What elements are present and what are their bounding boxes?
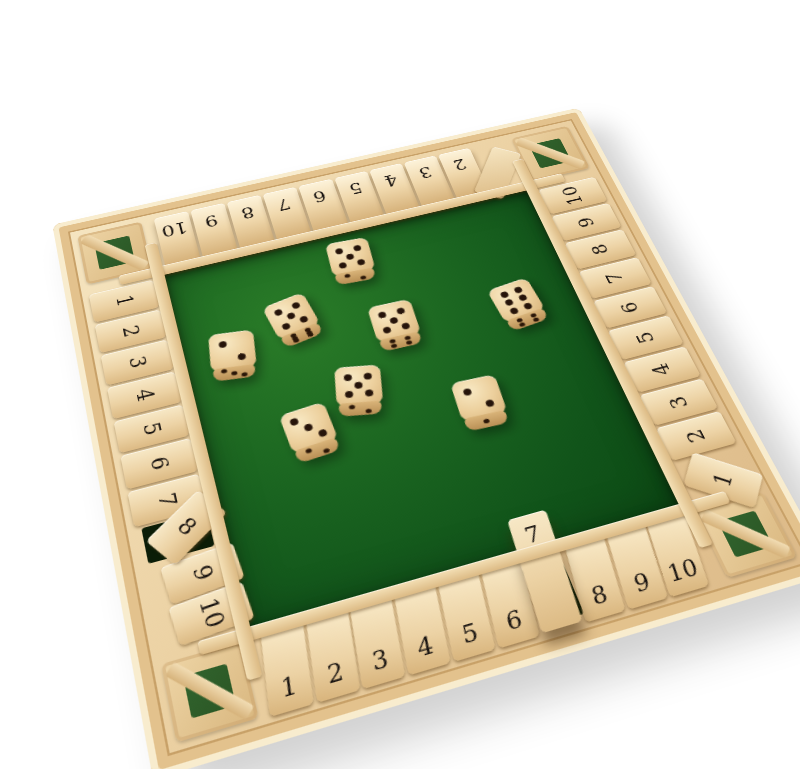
die-pip [241, 372, 247, 377]
die-pip [360, 275, 366, 280]
die-pip [338, 262, 347, 269]
tile-number: 7 [154, 491, 180, 510]
tile-number: 10 [160, 219, 189, 239]
tile-number: 5 [460, 620, 480, 648]
die-pip [273, 308, 283, 316]
die-pip [509, 307, 519, 315]
die-pip [237, 353, 246, 360]
die-pip [406, 340, 413, 345]
die-pip [231, 370, 237, 375]
tile-number: 6 [503, 607, 524, 635]
die-pip [533, 317, 540, 322]
die-pip [523, 302, 533, 310]
die-pip [504, 299, 514, 307]
die-5-showing-6[interactable] [487, 278, 552, 334]
die-pip [317, 428, 327, 437]
die-pip [281, 322, 291, 330]
die-4-showing-5[interactable] [367, 299, 425, 354]
tile-number: 10 [195, 595, 228, 632]
die-pip [514, 286, 524, 294]
tile-number: 2 [451, 156, 469, 172]
die-pip [364, 373, 373, 380]
tile-number: 4 [382, 172, 399, 189]
tile-number: 5 [139, 420, 164, 438]
tile-number: 2 [119, 323, 143, 339]
die-pip [299, 315, 309, 323]
die-pip [401, 322, 410, 330]
tile-number: 7 [603, 270, 627, 285]
tile-number: 3 [125, 354, 149, 370]
die-8-showing-2[interactable] [450, 374, 512, 434]
die-pip [323, 447, 331, 453]
tile-number: 9 [575, 215, 598, 229]
tile-number: 3 [371, 646, 391, 675]
die-pip [221, 369, 227, 374]
tile-number: 1 [710, 470, 736, 490]
die-7-showing-3[interactable] [279, 402, 344, 466]
tile-number: 4 [415, 633, 435, 662]
die-pip [500, 291, 510, 299]
tile-number: 8 [589, 582, 610, 609]
tile-number: 8 [588, 242, 612, 256]
tile-number: 10 [559, 184, 587, 206]
die-pip [218, 341, 226, 348]
die-pip [463, 388, 473, 396]
die-front-face [339, 401, 383, 417]
die-pip [365, 389, 374, 396]
die-pip [346, 254, 355, 261]
die-pip [483, 418, 490, 424]
tile-number: 6 [146, 455, 171, 473]
shut-the-box-board: 1098765432 10987654321 12345678910 12345… [52, 108, 800, 769]
die-pip [377, 311, 386, 319]
die-pip [304, 423, 314, 432]
die-pip [335, 248, 344, 255]
die-pip [353, 245, 362, 252]
die-pip [293, 338, 300, 344]
die-1-showing-5[interactable] [325, 237, 378, 287]
tile-number: 9 [188, 562, 216, 584]
die-pip [389, 317, 398, 325]
die-pip [354, 382, 363, 389]
tile-number: 1 [112, 293, 135, 308]
tile-number: 10 [665, 555, 701, 586]
die-pip [291, 301, 301, 309]
tile-number: 6 [618, 299, 643, 314]
tile-number: 4 [132, 386, 156, 403]
tile-number: 8 [239, 204, 256, 221]
die-pip [357, 259, 366, 266]
tile-number: 3 [666, 393, 692, 410]
tile-number: 2 [683, 427, 710, 445]
tile-number: 6 [311, 187, 328, 204]
die-pip [485, 400, 495, 408]
die-pip [290, 418, 300, 427]
die-pip [286, 312, 296, 320]
die-3-showing-2[interactable] [208, 329, 258, 383]
tile-number: 7 [276, 195, 293, 212]
product-photo-scene: 1098765432 10987654321 12345678910 12345… [0, 0, 800, 769]
tile-number: 3 [416, 164, 434, 180]
tile-number: 4 [649, 361, 675, 377]
tile-number: 9 [631, 570, 652, 597]
die-pip [519, 322, 526, 327]
die-pip [366, 408, 372, 413]
die-pip [396, 307, 405, 315]
die-pip [382, 327, 391, 335]
die-pip [519, 294, 529, 302]
tile-number: 2 [325, 659, 344, 688]
die-pip [343, 374, 351, 381]
die-pip [344, 274, 350, 279]
tile-number: 9 [203, 212, 220, 229]
tile-number: 5 [347, 180, 364, 197]
die-pip [306, 332, 313, 338]
die-pip [390, 343, 397, 348]
tile-number: 5 [633, 330, 658, 346]
die-pip [345, 391, 354, 398]
die-6-showing-5[interactable] [334, 365, 384, 419]
die-2-showing-5[interactable] [262, 292, 326, 350]
die-pip [305, 447, 313, 453]
tile-number: 8 [173, 514, 201, 539]
tile-number: 1 [279, 672, 298, 702]
die-pip [348, 404, 354, 409]
